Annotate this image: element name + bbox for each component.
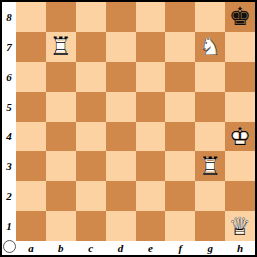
square-b2[interactable] bbox=[46, 181, 76, 211]
square-d1[interactable] bbox=[106, 211, 136, 241]
square-h3[interactable] bbox=[225, 151, 255, 181]
square-f4[interactable] bbox=[165, 122, 195, 152]
file-label-e: e bbox=[136, 241, 166, 255]
white-king-piece[interactable]: ♚♔ bbox=[225, 122, 255, 152]
square-f3[interactable] bbox=[165, 151, 195, 181]
square-c2[interactable] bbox=[76, 181, 106, 211]
white-to-move-indicator bbox=[3, 240, 16, 253]
black-king-glyph: ♚ bbox=[229, 4, 251, 29]
square-d4[interactable] bbox=[106, 122, 136, 152]
square-b1[interactable] bbox=[46, 211, 76, 241]
square-b5[interactable] bbox=[46, 92, 76, 122]
chess-board: ♚♜♖♞♘♚♔♜♖♛♕ bbox=[16, 2, 255, 241]
square-b4[interactable] bbox=[46, 122, 76, 152]
square-e2[interactable] bbox=[136, 181, 166, 211]
file-label-f: f bbox=[165, 241, 195, 255]
square-d7[interactable] bbox=[106, 32, 136, 62]
square-d2[interactable] bbox=[106, 181, 136, 211]
square-e4[interactable] bbox=[136, 122, 166, 152]
square-h8[interactable]: ♚ bbox=[225, 2, 255, 32]
square-d5[interactable] bbox=[106, 92, 136, 122]
rank-label-8: 8 bbox=[2, 2, 16, 32]
white-knight-piece[interactable]: ♞♘ bbox=[195, 32, 225, 62]
file-label-d: d bbox=[106, 241, 136, 255]
file-label-b: b bbox=[46, 241, 76, 255]
square-a3[interactable] bbox=[16, 151, 46, 181]
square-e5[interactable] bbox=[136, 92, 166, 122]
square-g1[interactable] bbox=[195, 211, 225, 241]
square-g7[interactable]: ♞♘ bbox=[195, 32, 225, 62]
square-f6[interactable] bbox=[165, 62, 195, 92]
rank-label-4: 4 bbox=[2, 122, 16, 152]
square-h6[interactable] bbox=[225, 62, 255, 92]
rank-labels: 87654321 bbox=[2, 2, 16, 241]
square-h1[interactable]: ♛♕ bbox=[225, 211, 255, 241]
square-a8[interactable] bbox=[16, 2, 46, 32]
square-c7[interactable] bbox=[76, 32, 106, 62]
square-e3[interactable] bbox=[136, 151, 166, 181]
square-g4[interactable] bbox=[195, 122, 225, 152]
square-f2[interactable] bbox=[165, 181, 195, 211]
square-c1[interactable] bbox=[76, 211, 106, 241]
file-label-a: a bbox=[16, 241, 46, 255]
square-b3[interactable] bbox=[46, 151, 76, 181]
white-queen-piece[interactable]: ♛♕ bbox=[225, 211, 255, 241]
white-rook-piece[interactable]: ♜♖ bbox=[46, 32, 76, 62]
square-g3[interactable]: ♜♖ bbox=[195, 151, 225, 181]
file-label-h: h bbox=[225, 241, 255, 255]
square-h7[interactable] bbox=[225, 32, 255, 62]
square-c6[interactable] bbox=[76, 62, 106, 92]
square-a6[interactable] bbox=[16, 62, 46, 92]
chess-diagram: 87654321 ♚♜♖♞♘♚♔♜♖♛♕ abcdefgh bbox=[0, 0, 257, 257]
square-a7[interactable] bbox=[16, 32, 46, 62]
square-b6[interactable] bbox=[46, 62, 76, 92]
white-knight-glyph: ♘ bbox=[199, 34, 221, 59]
square-c8[interactable] bbox=[76, 2, 106, 32]
white-queen-glyph: ♕ bbox=[229, 214, 251, 239]
white-rook-glyph: ♖ bbox=[199, 154, 221, 179]
square-h2[interactable] bbox=[225, 181, 255, 211]
rank-label-6: 6 bbox=[2, 62, 16, 92]
white-king-glyph: ♔ bbox=[229, 124, 251, 149]
square-h4[interactable]: ♚♔ bbox=[225, 122, 255, 152]
white-rook-piece[interactable]: ♜♖ bbox=[195, 151, 225, 181]
square-f1[interactable] bbox=[165, 211, 195, 241]
square-a5[interactable] bbox=[16, 92, 46, 122]
square-d6[interactable] bbox=[106, 62, 136, 92]
white-rook-glyph: ♖ bbox=[50, 34, 72, 59]
square-e7[interactable] bbox=[136, 32, 166, 62]
square-g6[interactable] bbox=[195, 62, 225, 92]
rank-label-3: 3 bbox=[2, 151, 16, 181]
square-a4[interactable] bbox=[16, 122, 46, 152]
square-d3[interactable] bbox=[106, 151, 136, 181]
rank-label-5: 5 bbox=[2, 92, 16, 122]
square-g5[interactable] bbox=[195, 92, 225, 122]
rank-label-2: 2 bbox=[2, 181, 16, 211]
square-c3[interactable] bbox=[76, 151, 106, 181]
square-e1[interactable] bbox=[136, 211, 166, 241]
square-f8[interactable] bbox=[165, 2, 195, 32]
square-g2[interactable] bbox=[195, 181, 225, 211]
corner-cell bbox=[2, 241, 16, 255]
file-label-c: c bbox=[76, 241, 106, 255]
file-labels: abcdefgh bbox=[16, 241, 255, 255]
square-d8[interactable] bbox=[106, 2, 136, 32]
square-c5[interactable] bbox=[76, 92, 106, 122]
square-f7[interactable] bbox=[165, 32, 195, 62]
square-f5[interactable] bbox=[165, 92, 195, 122]
black-king-piece[interactable]: ♚ bbox=[225, 2, 255, 32]
rank-label-1: 1 bbox=[2, 211, 16, 241]
square-h5[interactable] bbox=[225, 92, 255, 122]
square-b8[interactable] bbox=[46, 2, 76, 32]
square-b7[interactable]: ♜♖ bbox=[46, 32, 76, 62]
square-a2[interactable] bbox=[16, 181, 46, 211]
square-g8[interactable] bbox=[195, 2, 225, 32]
square-c4[interactable] bbox=[76, 122, 106, 152]
file-label-g: g bbox=[195, 241, 225, 255]
square-e8[interactable] bbox=[136, 2, 166, 32]
rank-label-7: 7 bbox=[2, 32, 16, 62]
square-e6[interactable] bbox=[136, 62, 166, 92]
square-a1[interactable] bbox=[16, 211, 46, 241]
